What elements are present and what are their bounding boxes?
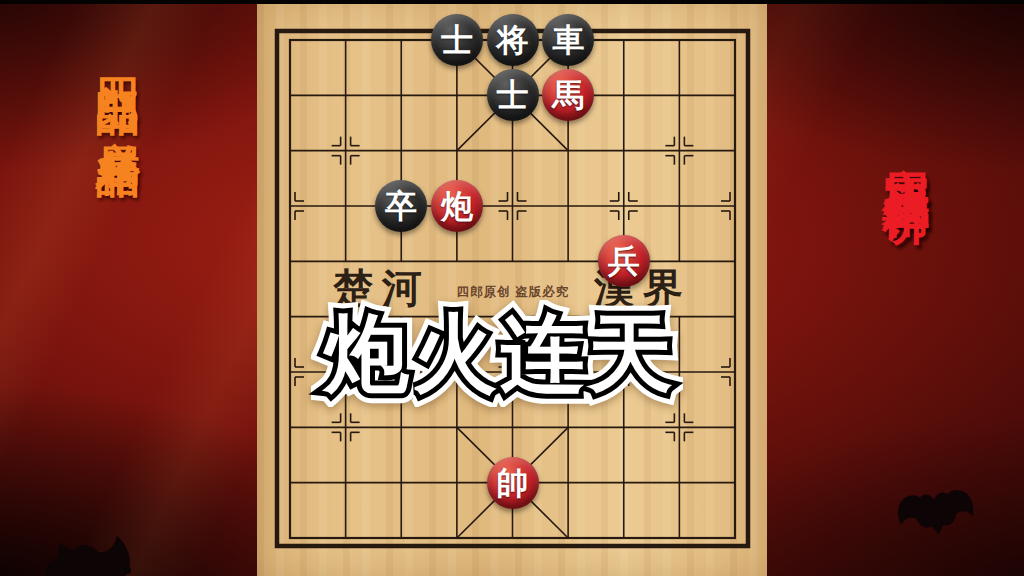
piece-glyph: 帥 [497,467,529,499]
letterbox-bar [0,0,1024,4]
bat-dot [124,567,131,574]
video-frame: 四郎出品 必属精品 实用残局精讲 楚河 漢界 四郎原创 盗版必究 士将車士馬卒炮… [0,0,1024,576]
piece-glyph: 馬 [552,79,584,111]
right-banner: 实用残局精讲 [884,130,931,166]
piece-red-general[interactable]: 帥 [487,457,539,509]
piece-black-advisor[interactable]: 士 [487,69,539,121]
piece-glyph: 炮 [441,190,473,222]
left-banner: 四郎出品 必属精品 [96,44,140,126]
title-text: 炮火连天 [324,311,676,396]
piece-glyph: 卒 [385,190,417,222]
pieces-layer: 士将車士馬卒炮兵帥 [257,0,767,576]
piece-glyph: 士 [441,24,473,56]
title-overlay: 炮火连天 炮火连天 炮火连天 [324,311,676,396]
piece-glyph: 士 [497,79,529,111]
piece-red-horse[interactable]: 馬 [542,69,594,121]
piece-black-soldier[interactable]: 卒 [375,180,427,232]
piece-red-soldier[interactable]: 兵 [598,235,650,287]
left-banner-line1: 四郎出品 [96,44,140,64]
xiangqi-board[interactable]: 楚河 漢界 四郎原创 盗版必究 士将車士馬卒炮兵帥 [257,0,767,576]
piece-glyph: 兵 [608,245,640,277]
left-banner-line2: 必属精品 [96,106,140,126]
piece-black-advisor[interactable]: 士 [431,14,483,66]
piece-red-cannon[interactable]: 炮 [431,180,483,232]
piece-black-chariot[interactable]: 車 [542,14,594,66]
piece-glyph: 将 [497,24,529,56]
piece-glyph: 車 [552,24,584,56]
bat-icon [893,485,978,542]
right-banner-text: 实用残局精讲 [884,130,931,166]
piece-black-general[interactable]: 将 [487,14,539,66]
bat-icon [4,509,144,576]
